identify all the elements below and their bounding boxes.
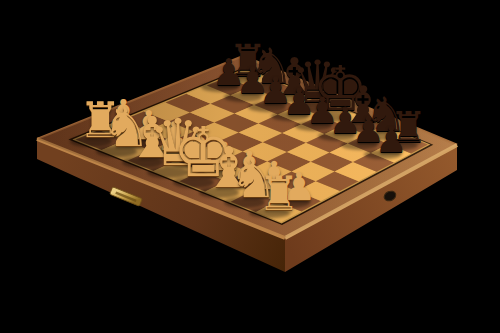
- chess-board: [0, 0, 500, 333]
- chess-photo-stage: ♜♞♝♛♚♝♞♜♟♟♟♟♟♟♟♟♟♟♟♟♟♟♟♟♜♞♝♛♚♝♞♜: [0, 0, 500, 333]
- lighting-sheen: [37, 56, 457, 238]
